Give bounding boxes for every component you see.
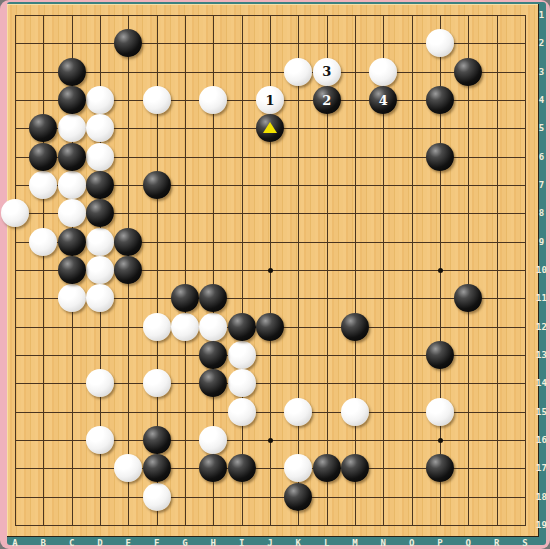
stone-black[interactable] xyxy=(29,143,57,171)
stone-black[interactable] xyxy=(143,171,171,199)
move-number-label: 2 xyxy=(322,94,331,107)
stone-white[interactable] xyxy=(228,369,256,397)
stone-black[interactable] xyxy=(341,313,369,341)
stone-black[interactable] xyxy=(114,228,142,256)
stone-black[interactable] xyxy=(58,143,86,171)
stone-white[interactable] xyxy=(284,58,312,86)
stone-black[interactable] xyxy=(143,426,171,454)
stone-white[interactable] xyxy=(284,398,312,426)
stone-white[interactable] xyxy=(86,426,114,454)
stone-white[interactable] xyxy=(86,86,114,114)
stone-white[interactable] xyxy=(171,313,199,341)
stone-black[interactable] xyxy=(313,454,341,482)
move-number-label: 1 xyxy=(265,94,274,107)
stone-black[interactable] xyxy=(58,228,86,256)
stone-black[interactable] xyxy=(58,58,86,86)
stone-white[interactable] xyxy=(143,483,171,511)
stone-white[interactable]: 3 xyxy=(313,58,341,86)
stone-white[interactable] xyxy=(341,398,369,426)
stone-white[interactable] xyxy=(58,284,86,312)
stone-black[interactable]: 2 xyxy=(313,86,341,114)
stone-black[interactable] xyxy=(426,143,454,171)
goban-app-window: 3124ABCDEFGHIJKLMNOPQRS12345678910111213… xyxy=(0,0,550,549)
stone-white[interactable]: 1 xyxy=(256,86,284,114)
stone-black[interactable] xyxy=(58,256,86,284)
stone-black[interactable] xyxy=(454,58,482,86)
stone-white[interactable] xyxy=(58,171,86,199)
stone-black[interactable] xyxy=(58,86,86,114)
stone-black[interactable] xyxy=(284,483,312,511)
stone-white[interactable] xyxy=(86,256,114,284)
stone-white[interactable] xyxy=(143,86,171,114)
stone-white[interactable] xyxy=(86,143,114,171)
stone-black[interactable] xyxy=(86,171,114,199)
triangle-marker xyxy=(263,122,277,133)
stone-white[interactable] xyxy=(228,398,256,426)
stone-white[interactable] xyxy=(426,398,454,426)
stone-black[interactable] xyxy=(228,313,256,341)
move-number-label: 3 xyxy=(322,65,331,78)
stone-white[interactable] xyxy=(29,228,57,256)
stone-black[interactable] xyxy=(256,313,284,341)
stone-black[interactable] xyxy=(426,341,454,369)
stone-black[interactable] xyxy=(143,454,171,482)
move-number-label: 4 xyxy=(379,94,388,107)
stone-black[interactable] xyxy=(426,86,454,114)
stone-black[interactable] xyxy=(228,454,256,482)
stone-white[interactable] xyxy=(369,58,397,86)
stone-white[interactable] xyxy=(143,313,171,341)
stone-white[interactable] xyxy=(58,114,86,142)
stone-white[interactable] xyxy=(199,313,227,341)
stone-white[interactable] xyxy=(228,341,256,369)
stone-white[interactable] xyxy=(58,199,86,227)
stone-white[interactable] xyxy=(86,228,114,256)
stone-white[interactable] xyxy=(143,369,171,397)
